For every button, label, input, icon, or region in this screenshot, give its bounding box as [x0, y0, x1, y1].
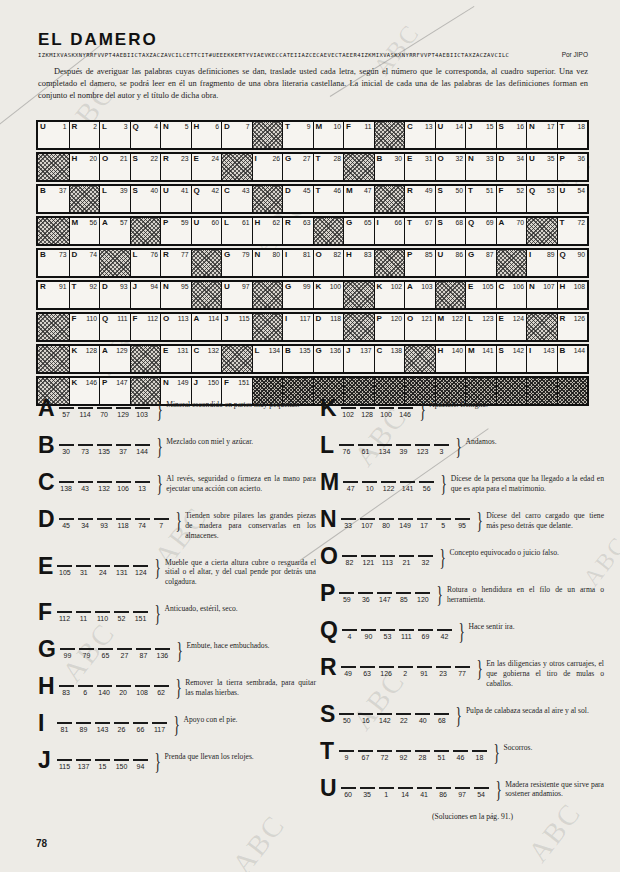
grid-cell[interactable]: L123	[465, 314, 496, 340]
grid-cell[interactable]: A57	[99, 218, 130, 244]
letter-slot-number[interactable]: 123	[415, 444, 430, 455]
letter-slot-number[interactable]: 50	[339, 713, 354, 724]
grid-cell[interactable]: Q111	[99, 314, 130, 340]
cell-number: 103	[421, 283, 432, 291]
cell-clue-letter: C	[377, 347, 383, 355]
grid-cell[interactable]: E131	[160, 346, 191, 372]
grid-cell[interactable]: S16	[496, 122, 527, 148]
grid-cell[interactable]: L3	[99, 122, 130, 148]
grid-cell[interactable]: U35	[526, 154, 557, 180]
letter-slot-number[interactable]: 47	[343, 481, 358, 492]
brace-glyph: }	[476, 509, 482, 531]
letter-slot-number[interactable]: 1	[379, 787, 394, 798]
grid-cell[interactable]: T67	[404, 218, 435, 244]
letter-slot-number[interactable]: 136	[155, 648, 170, 659]
grid-cell[interactable]: T18	[557, 122, 588, 148]
letter-slot-number[interactable]: 52	[114, 611, 129, 622]
grid-cell[interactable]: G87	[465, 250, 496, 276]
letter-slot-number[interactable]: 77	[455, 666, 470, 677]
letter-slot-number[interactable]: 60	[341, 787, 356, 798]
letter-slot-number[interactable]: 97	[455, 787, 470, 798]
letter-slot-number[interactable]: 68	[434, 713, 449, 724]
grid-cell[interactable]: E31	[404, 154, 435, 180]
letter-slot-number[interactable]: 83	[59, 685, 74, 696]
letter-slot-number[interactable]: 57	[59, 407, 74, 418]
letter-slot-number[interactable]: 65	[98, 648, 113, 659]
cell-number: 95	[181, 283, 189, 291]
letter-slot-number[interactable]: 79	[79, 648, 94, 659]
cell-number: 49	[425, 187, 433, 195]
cell-number: 110	[86, 315, 97, 323]
letter-slot-number[interactable]: 132	[97, 481, 112, 492]
grid-cell[interactable]: K128	[69, 346, 100, 372]
grid-cell[interactable]: M141	[465, 346, 496, 372]
definition-item-F: F1121111052151}Anticuado, estéril, seco.	[38, 602, 316, 624]
page-title: EL DAMERO	[38, 30, 588, 50]
letter-slot-number[interactable]: 35	[360, 787, 375, 798]
grid-cell[interactable]: N17	[526, 122, 557, 148]
letter-slot-number[interactable]: 90	[361, 629, 376, 640]
grid-cell[interactable]: H6	[191, 122, 222, 148]
grid-cell[interactable]: F110	[69, 314, 100, 340]
cell-number: 115	[239, 315, 250, 323]
grid-cell[interactable]: I89	[526, 250, 557, 276]
letter-slot-number[interactable]: 67	[358, 750, 373, 761]
letter-slot-number[interactable]: 113	[380, 555, 395, 566]
cell-clue-letter: S	[133, 187, 138, 195]
clue-text: Remover la tierra sembrada, para quitar …	[185, 678, 316, 698]
letter-slot-number[interactable]: 150	[114, 759, 129, 770]
grid-cell[interactable]: G136	[313, 346, 344, 372]
grid-cell[interactable]: E124	[496, 314, 527, 340]
letter-slot-number[interactable]: 103	[135, 407, 150, 418]
letter-slot-number[interactable]: 17	[417, 518, 432, 529]
cell-number: 129	[116, 347, 127, 355]
letter-slot-number[interactable]: 23	[436, 666, 451, 677]
letter-slot-number[interactable]: 33	[341, 518, 356, 529]
grid-cell[interactable]: U1	[38, 122, 69, 148]
letter-slot-number[interactable]: 142	[377, 713, 392, 724]
grid-cell[interactable]: Q53	[526, 186, 557, 212]
grid-cell[interactable]: U41	[160, 186, 191, 212]
cell-number: 142	[513, 347, 524, 355]
grid-cell[interactable]: R2	[69, 122, 100, 148]
clue-text: Apacible. Benigno.	[429, 400, 604, 410]
grid-cell-shaded	[374, 186, 405, 212]
grid-cell[interactable]: I117	[282, 314, 313, 340]
letter-slot-number[interactable]: 81	[57, 722, 72, 733]
grid-cell[interactable]: B144	[557, 346, 588, 372]
letter-slot-number[interactable]: 59	[339, 592, 354, 603]
letter-slot-number[interactable]: 126	[379, 666, 394, 677]
grid-cell[interactable]: R91	[38, 282, 69, 308]
letter-slot-number[interactable]: 37	[116, 444, 131, 455]
letter-slot-number[interactable]: 107	[360, 518, 375, 529]
grid-cell[interactable]: A129	[99, 346, 130, 372]
grid-cell[interactable]: E24	[191, 154, 222, 180]
grid-cell[interactable]: H140	[435, 346, 466, 372]
grid-cell[interactable]: F112	[130, 314, 161, 340]
grid-cell[interactable]: M122	[435, 314, 466, 340]
grid-cell[interactable]: G79	[221, 250, 252, 276]
grid-cell[interactable]: K102	[374, 282, 405, 308]
grid-cell[interactable]: R77	[160, 250, 191, 276]
grid-cell[interactable]: P85	[404, 250, 435, 276]
grid-cell[interactable]: J15	[465, 122, 496, 148]
letter-slot-number[interactable]: 112	[57, 611, 72, 622]
grid-cell[interactable]: C43	[221, 186, 252, 212]
grid-cell[interactable]: Q42	[191, 186, 222, 212]
letter-slot-number[interactable]: 129	[116, 407, 131, 418]
letter-slot-number[interactable]: 69	[418, 629, 433, 640]
cell-clue-letter: I	[285, 251, 287, 259]
grid-cell[interactable]: P120	[374, 314, 405, 340]
grid-cell[interactable]: Q4	[130, 122, 161, 148]
letter-slot-number[interactable]: 146	[398, 407, 413, 418]
grid-cell[interactable]: B135	[282, 346, 313, 372]
letter-slot-number[interactable]: 89	[76, 722, 91, 733]
letter-slot-number[interactable]: 143	[95, 722, 110, 733]
grid-cell[interactable]: H20	[69, 154, 100, 180]
letter-slot-number[interactable]: 138	[59, 481, 74, 492]
grid-cell[interactable]: N80	[252, 250, 283, 276]
letter-slot-number[interactable]: 85	[396, 592, 411, 603]
letter-slot-number[interactable]: 106	[116, 481, 131, 492]
letter-slot-number[interactable]: 121	[361, 555, 376, 566]
brace-glyph: }	[174, 713, 180, 735]
grid-cell[interactable]: F52	[496, 186, 527, 212]
grid-cell[interactable]: G65	[343, 218, 374, 244]
letter-slot-number[interactable]: 76	[339, 444, 354, 455]
letter-slots: 8361402010862	[59, 685, 173, 696]
definition-letter: N	[320, 509, 337, 529]
letter-slot-number[interactable]: 31	[76, 565, 91, 576]
grid-cell[interactable]: H62	[252, 218, 283, 244]
letter-slot-number[interactable]: 28	[415, 750, 430, 761]
letter-slot-number[interactable]: 24	[95, 565, 110, 576]
grid-cell[interactable]: S40	[130, 186, 161, 212]
cell-clue-letter: J	[133, 283, 137, 291]
grid-cell[interactable]: D74	[69, 250, 100, 276]
grid-cell[interactable]: J94	[130, 282, 161, 308]
letter-slot-number[interactable]: 120	[415, 592, 430, 603]
letter-slot-number[interactable]: 15	[95, 759, 110, 770]
letter-slot-number[interactable]: 115	[57, 759, 72, 770]
grid-cell[interactable]: U86	[435, 250, 466, 276]
cell-clue-letter: U	[560, 187, 566, 195]
letter-slot-number[interactable]: 43	[78, 481, 93, 492]
letter-slot-number[interactable]: 128	[360, 407, 375, 418]
grid-cell[interactable]: T46	[313, 186, 344, 212]
grid-cell[interactable]: D34	[496, 154, 527, 180]
grid-cell[interactable]: A114	[191, 314, 222, 340]
grid-cell[interactable]: H83	[343, 250, 374, 276]
clue-text: Prenda que llevan los relojes.	[165, 752, 316, 762]
letter-slot-number[interactable]: 6	[78, 685, 93, 696]
grid-cell[interactable]: O32	[435, 154, 466, 180]
grid-cell[interactable]: E105	[465, 282, 496, 308]
grid-cell[interactable]: L134	[252, 346, 283, 372]
grid-cell[interactable]: U14	[435, 122, 466, 148]
letter-slot-number[interactable]: 74	[135, 518, 150, 529]
definition-item-D: D453493118747}Tienden sobre pilares las …	[38, 509, 316, 541]
letter-slot-number[interactable]: 11	[76, 611, 91, 622]
grid-cell[interactable]: N107	[526, 282, 557, 308]
letter-slot-number[interactable]: 42	[437, 629, 452, 640]
letter-slot-number[interactable]: 134	[377, 444, 392, 455]
grid-cell[interactable]: U60	[191, 218, 222, 244]
grid-cell[interactable]: S68	[435, 218, 466, 244]
letter-slot-number[interactable]: 100	[379, 407, 394, 418]
letter-slot-number[interactable]: 144	[135, 444, 150, 455]
grid-cell[interactable]: G99	[282, 282, 313, 308]
cell-number: 120	[391, 315, 402, 323]
cell-number: 143	[543, 347, 554, 355]
letter-slot-number[interactable]: 147	[377, 592, 392, 603]
cell-clue-letter: E	[163, 347, 168, 355]
grid-cell[interactable]: T51	[465, 186, 496, 212]
grid-cell[interactable]: H108	[557, 282, 588, 308]
letter-slot-number[interactable]: 108	[135, 685, 150, 696]
letter-slot-number[interactable]: 20	[116, 685, 131, 696]
grid-cell[interactable]: C106	[496, 282, 527, 308]
cell-number: 92	[89, 283, 97, 291]
letter-slot-number[interactable]: 51	[434, 750, 449, 761]
grid-cell[interactable]: T9	[282, 122, 313, 148]
letter-slot-number[interactable]: 140	[97, 685, 112, 696]
grid-cell[interactable]: U97	[221, 282, 252, 308]
letter-slot-number[interactable]: 61	[358, 444, 373, 455]
letter-slot-number[interactable]: 66	[133, 722, 148, 733]
letter-slot-number[interactable]: 5	[436, 518, 451, 529]
cell-number: 80	[272, 251, 280, 259]
cell-clue-letter: D	[102, 283, 108, 291]
byline: Por JIPO	[562, 51, 588, 58]
cell-number: 16	[516, 123, 524, 131]
letter-slot-number[interactable]: 46	[453, 750, 468, 761]
letter-slot-number[interactable]: 70	[97, 407, 112, 418]
letter-slot-number[interactable]: 21	[399, 555, 414, 566]
grid-cell[interactable]: J115	[221, 314, 252, 340]
letter-slot-number[interactable]: 105	[57, 565, 72, 576]
letter-slot-number[interactable]: 80	[379, 518, 394, 529]
letter-slot-number[interactable]: 124	[133, 565, 148, 576]
letter-slot-number[interactable]: 117	[152, 722, 167, 733]
letter-slot-number[interactable]: 63	[360, 666, 375, 677]
cell-number: 100	[330, 283, 341, 291]
letter-slot-number[interactable]: 122	[381, 481, 396, 492]
cell-clue-letter: J	[346, 347, 350, 355]
letter-slot-number[interactable]: 18	[472, 750, 487, 761]
letter-slot-number[interactable]: 9	[339, 750, 354, 761]
letter-slot-number[interactable]: 34	[78, 518, 93, 529]
cell-number: 137	[360, 347, 371, 355]
letter-slot-number[interactable]: 54	[474, 787, 489, 798]
grid-cell[interactable]: C132	[191, 346, 222, 372]
grid-cell[interactable]: D93	[99, 282, 130, 308]
grid-cell[interactable]: T28	[313, 154, 344, 180]
letter-slot-number[interactable]: 151	[133, 611, 148, 622]
cell-clue-letter: G	[468, 251, 474, 259]
letter-slot-number[interactable]: 16	[358, 713, 373, 724]
letter-slot-number[interactable]: 30	[59, 444, 74, 455]
grid-cell[interactable]: R63	[282, 218, 313, 244]
grid-cell[interactable]: N5	[160, 122, 191, 148]
grid-cell[interactable]: P36	[557, 154, 588, 180]
grid-cell[interactable]: B30	[374, 154, 405, 180]
letter-slot-number[interactable]: 99	[60, 648, 75, 659]
grid-cell[interactable]: G27	[282, 154, 313, 180]
cell-number: 69	[486, 219, 494, 227]
cell-clue-letter: D	[499, 155, 505, 163]
grid-cell[interactable]: T72	[557, 218, 588, 244]
cell-clue-letter: B	[285, 347, 291, 355]
definition-item-H: H8361402010862}Remover la tierra sembrad…	[38, 676, 316, 698]
letter-slots: 490531116942	[342, 629, 456, 640]
cell-number: 10	[333, 123, 341, 131]
letter-slot-number[interactable]: 3	[434, 444, 449, 455]
grid-row: R91T92D93J94N95U97G99K100K102A103E105C10…	[36, 280, 589, 310]
grid-cell[interactable]: D45	[282, 186, 313, 212]
grid-cell[interactable]: B73	[38, 250, 69, 276]
letter-slot-number[interactable]: 141	[400, 481, 415, 492]
letter-slot-number[interactable]: 7	[154, 518, 169, 529]
letter-slot-number[interactable]: 36	[358, 592, 373, 603]
definition-letter: R	[320, 657, 337, 677]
letter-slot-number[interactable]: 87	[136, 648, 151, 659]
grid-cell[interactable]: N33	[465, 154, 496, 180]
letter-slot-number[interactable]: 91	[417, 666, 432, 677]
grid-cell[interactable]: D118	[313, 314, 344, 340]
page-number: 78	[36, 838, 47, 849]
grid-cell[interactable]: O21	[99, 154, 130, 180]
letter-slot-number[interactable]: 14	[398, 787, 413, 798]
brace-glyph: }	[156, 398, 162, 420]
grid-cell[interactable]: Q90	[557, 250, 588, 276]
letter-slot-number[interactable]: 49	[341, 666, 356, 677]
letter-slot-number[interactable]: 149	[398, 518, 413, 529]
grid-cell[interactable]: D7	[221, 122, 252, 148]
letter-slot-number[interactable]: 86	[436, 787, 451, 798]
letter-slot-number[interactable]: 92	[396, 750, 411, 761]
definition-letter: L	[320, 435, 335, 455]
letter-slot-number[interactable]: 26	[114, 722, 129, 733]
grid-cell[interactable]: J137	[343, 346, 374, 372]
grid-cell[interactable]: M56	[69, 218, 100, 244]
cell-number: 90	[577, 251, 585, 259]
grid-cell[interactable]: S22	[130, 154, 161, 180]
letter-slot-number[interactable]: 110	[95, 611, 110, 622]
cell-number: 61	[242, 219, 250, 227]
brace-glyph: }	[156, 435, 162, 457]
letter-slot-number[interactable]: 62	[154, 685, 169, 696]
grid-cell[interactable]: K100	[313, 282, 344, 308]
grid-cell[interactable]: M47	[343, 186, 374, 212]
letter-slot-number[interactable]: 53	[380, 629, 395, 640]
letter-slot-number[interactable]: 137	[76, 759, 91, 770]
clue-text: Dícese de la persona que ha llegado a la…	[451, 474, 604, 494]
grid-cell[interactable]: I143	[526, 346, 557, 372]
grid-row: K128A129E131C132L134B135G136J137C138H140…	[36, 344, 589, 374]
cell-clue-letter: I	[255, 155, 257, 163]
definition-letter: O	[320, 546, 338, 566]
cell-number: 81	[303, 251, 311, 259]
letter-slot-number[interactable]: 114	[78, 407, 93, 418]
letter-slot-number[interactable]: 41	[417, 787, 432, 798]
grid-cell[interactable]: I81	[282, 250, 313, 276]
grid-cell[interactable]: N95	[160, 282, 191, 308]
letter-slot-number[interactable]: 118	[116, 518, 131, 529]
letter-slot-number[interactable]: 13	[135, 481, 150, 492]
grid-cell[interactable]: S142	[496, 346, 527, 372]
grid-cell[interactable]: P59	[160, 218, 191, 244]
grid-cell[interactable]: R23	[160, 154, 191, 180]
letter-slot-number[interactable]: 10	[362, 481, 377, 492]
clue-text: Embute, hace embuchados.	[186, 641, 316, 651]
grid-cell[interactable]: O82	[313, 250, 344, 276]
letter-slot-number[interactable]: 45	[59, 518, 74, 529]
grid-cell[interactable]: O121	[404, 314, 435, 340]
letter-slot-number[interactable]: 111	[399, 629, 414, 640]
grid-cell[interactable]: R126	[557, 314, 588, 340]
grid-cell[interactable]: L61	[221, 218, 252, 244]
grid-cell[interactable]: U54	[557, 186, 588, 212]
grid-cell[interactable]: O113	[160, 314, 191, 340]
letter-slot-number[interactable]: 73	[78, 444, 93, 455]
grid-cell-shaded	[38, 218, 69, 244]
grid-cell[interactable]: F11	[343, 122, 374, 148]
letter-slot-number[interactable]: 93	[97, 518, 112, 529]
letter-slot-number[interactable]: 22	[396, 713, 411, 724]
grid-cell-shaded	[435, 282, 466, 308]
letter-slot-number[interactable]: 94	[133, 759, 148, 770]
definition-letter: F	[38, 602, 53, 622]
cell-number: 63	[303, 219, 311, 227]
letter-slot-number[interactable]: 95	[455, 518, 470, 529]
grid-cell[interactable]: I66	[374, 218, 405, 244]
letter-slot-number[interactable]: 135	[97, 444, 112, 455]
grid-cell[interactable]: M10	[313, 122, 344, 148]
grid-cell[interactable]: R49	[404, 186, 435, 212]
grid-cell[interactable]: A103	[404, 282, 435, 308]
grid-cell[interactable]: A70	[496, 218, 527, 244]
grid-cell[interactable]: T92	[69, 282, 100, 308]
letter-slot-number[interactable]: 56	[419, 481, 434, 492]
grid-cell[interactable]: L76	[130, 250, 161, 276]
grid-cell[interactable]: I26	[252, 154, 283, 180]
letter-slot-number[interactable]: 32	[418, 555, 433, 566]
letter-slot-number[interactable]: 72	[377, 750, 392, 761]
cell-clue-letter: T	[407, 219, 412, 227]
grid-cell[interactable]: L39	[99, 186, 130, 212]
letter-slot-number[interactable]: 131	[114, 565, 129, 576]
letter-slot-number[interactable]: 4	[342, 629, 357, 640]
definition-letter: B	[38, 435, 55, 455]
definition-item-A: A5711470129103}Mineral escondido en part…	[38, 398, 316, 420]
letter-slot-number[interactable]: 82	[342, 555, 357, 566]
cell-number: 146	[86, 379, 97, 387]
letter-slot-number[interactable]: 40	[415, 713, 430, 724]
grid-cell[interactable]: Q69	[465, 218, 496, 244]
grid-cell[interactable]: C138	[374, 346, 405, 372]
letter-slot-number[interactable]: 102	[341, 407, 356, 418]
letter-slot-number[interactable]: 2	[398, 666, 413, 677]
grid-cell[interactable]: B37	[38, 186, 69, 212]
grid-cell[interactable]: S50	[435, 186, 466, 212]
letter-slot-number[interactable]: 39	[396, 444, 411, 455]
grid-cell[interactable]: C13	[404, 122, 435, 148]
letter-slot-number[interactable]: 27	[117, 648, 132, 659]
